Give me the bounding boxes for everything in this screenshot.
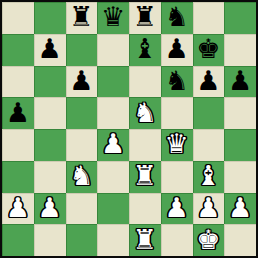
square-d8[interactable]: ♛ [97,2,129,34]
black-pawn-piece-icon[interactable]: ♟ [38,35,62,62]
white-pawn-piece-icon[interactable]: ♟ [165,194,189,221]
white-pawn-piece-icon[interactable]: ♟ [101,130,125,157]
square-b3[interactable] [34,161,66,193]
black-rook-piece-icon[interactable]: ♜ [69,3,93,30]
black-pawn-piece-icon[interactable]: ♟ [196,67,220,94]
square-c6[interactable]: ♟ [66,66,98,98]
square-b7[interactable]: ♟ [34,34,66,66]
square-a7[interactable] [2,34,34,66]
square-a2[interactable]: ♟ [2,193,34,225]
square-a1[interactable] [2,224,34,256]
square-a3[interactable] [2,161,34,193]
square-h3[interactable] [224,161,256,193]
white-pawn-piece-icon[interactable]: ♟ [196,194,220,221]
square-g8[interactable] [193,2,225,34]
square-h5[interactable] [224,97,256,129]
square-e8[interactable]: ♜ [129,2,161,34]
square-h8[interactable] [224,2,256,34]
square-g4[interactable] [193,129,225,161]
square-h2[interactable]: ♟ [224,193,256,225]
white-pawn-piece-icon[interactable]: ♟ [38,194,62,221]
square-c4[interactable] [66,129,98,161]
white-queen-piece-icon[interactable]: ♛ [165,130,189,157]
white-king-piece-icon[interactable]: ♚ [196,226,220,253]
square-g1[interactable]: ♚ [193,224,225,256]
black-queen-piece-icon[interactable]: ♛ [101,3,125,30]
square-h6[interactable]: ♟ [224,66,256,98]
square-f1[interactable] [161,224,193,256]
black-pawn-piece-icon[interactable]: ♟ [228,67,252,94]
square-d7[interactable] [97,34,129,66]
square-c8[interactable]: ♜ [66,2,98,34]
square-e5[interactable]: ♞ [129,97,161,129]
square-e2[interactable] [129,193,161,225]
black-pawn-piece-icon[interactable]: ♟ [69,67,93,94]
square-g2[interactable]: ♟ [193,193,225,225]
square-b5[interactable] [34,97,66,129]
square-g3[interactable]: ♝ [193,161,225,193]
square-a4[interactable] [2,129,34,161]
square-e3[interactable]: ♜ [129,161,161,193]
square-a6[interactable] [2,66,34,98]
square-g5[interactable] [193,97,225,129]
white-knight-piece-icon[interactable]: ♞ [133,99,157,126]
square-c1[interactable] [66,224,98,256]
square-f4[interactable]: ♛ [161,129,193,161]
square-a5[interactable]: ♟ [2,97,34,129]
square-f7[interactable]: ♟ [161,34,193,66]
square-f3[interactable] [161,161,193,193]
square-b4[interactable] [34,129,66,161]
square-e7[interactable]: ♝ [129,34,161,66]
square-e6[interactable] [129,66,161,98]
black-pawn-piece-icon[interactable]: ♟ [6,99,30,126]
chess-board: ♜♛♜♞♟♝♟♚♟♞♟♟♟♞♟♛♞♜♝♟♟♟♟♟♜♚ [0,0,258,258]
square-h4[interactable] [224,129,256,161]
black-king-piece-icon[interactable]: ♚ [196,35,220,62]
square-a8[interactable] [2,2,34,34]
square-d5[interactable] [97,97,129,129]
square-g6[interactable]: ♟ [193,66,225,98]
square-g7[interactable]: ♚ [193,34,225,66]
square-d6[interactable] [97,66,129,98]
white-pawn-piece-icon[interactable]: ♟ [228,194,252,221]
square-b1[interactable] [34,224,66,256]
square-d2[interactable] [97,193,129,225]
square-f8[interactable]: ♞ [161,2,193,34]
square-c5[interactable] [66,97,98,129]
black-pawn-piece-icon[interactable]: ♟ [165,35,189,62]
square-c2[interactable] [66,193,98,225]
square-f5[interactable] [161,97,193,129]
white-bishop-piece-icon[interactable]: ♝ [196,162,220,189]
white-rook-piece-icon[interactable]: ♜ [133,226,157,253]
black-bishop-piece-icon[interactable]: ♝ [133,35,157,62]
black-knight-piece-icon[interactable]: ♞ [165,67,189,94]
square-c7[interactable] [66,34,98,66]
square-b8[interactable] [34,2,66,34]
white-knight-piece-icon[interactable]: ♞ [69,162,93,189]
black-rook-piece-icon[interactable]: ♜ [133,3,157,30]
board-grid: ♜♛♜♞♟♝♟♚♟♞♟♟♟♞♟♛♞♜♝♟♟♟♟♟♜♚ [2,2,256,256]
square-h1[interactable] [224,224,256,256]
square-c3[interactable]: ♞ [66,161,98,193]
square-e4[interactable] [129,129,161,161]
black-knight-piece-icon[interactable]: ♞ [165,3,189,30]
square-f6[interactable]: ♞ [161,66,193,98]
square-b6[interactable] [34,66,66,98]
square-d1[interactable] [97,224,129,256]
square-h7[interactable] [224,34,256,66]
white-pawn-piece-icon[interactable]: ♟ [6,194,30,221]
square-d4[interactable]: ♟ [97,129,129,161]
square-f2[interactable]: ♟ [161,193,193,225]
square-e1[interactable]: ♜ [129,224,161,256]
white-rook-piece-icon[interactable]: ♜ [133,162,157,189]
square-d3[interactable] [97,161,129,193]
square-b2[interactable]: ♟ [34,193,66,225]
